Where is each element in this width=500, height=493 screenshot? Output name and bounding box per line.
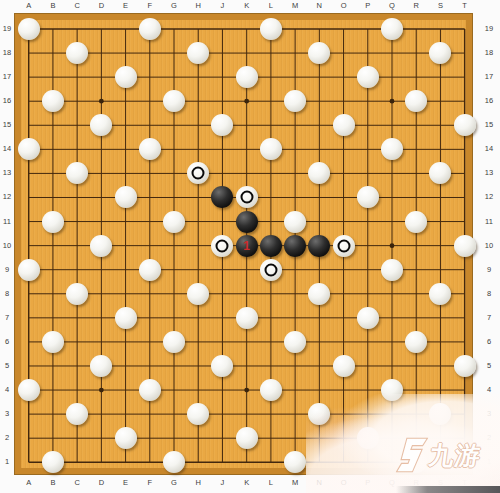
white-stone [308, 162, 330, 184]
watermark-brand-text: 九游 [427, 439, 484, 472]
white-stone [381, 259, 403, 281]
coordinate-label: B [50, 2, 55, 10]
white-stone [42, 211, 64, 233]
circle-mark [264, 263, 277, 276]
white-stone [429, 42, 451, 64]
coordinate-label: 1 [5, 458, 9, 466]
coordinate-label: C [74, 2, 79, 10]
coordinate-label: C [74, 479, 79, 487]
white-stone [42, 90, 64, 112]
coordinate-label: G [171, 479, 177, 487]
white-stone [211, 355, 233, 377]
white-stone [454, 355, 476, 377]
white-stone [115, 427, 137, 449]
coordinate-label: 6 [487, 338, 491, 346]
white-stone [115, 307, 137, 329]
white-stone [333, 114, 355, 136]
move-number-label: 1 [243, 240, 250, 252]
coordinate-label: F [148, 479, 153, 487]
white-stone [90, 235, 112, 257]
go-board-screenshot: AABBCCDDEEFFGGHHJJKKLLMMNNOOPPQQRRSSTT19… [0, 0, 500, 493]
white-stone [211, 114, 233, 136]
white-stone [66, 42, 88, 64]
white-stone [187, 283, 209, 305]
coordinate-label: G [171, 2, 177, 10]
white-stone [405, 211, 427, 233]
coordinate-label: 12 [3, 193, 11, 201]
white-stone [357, 307, 379, 329]
coordinate-label: 6 [5, 338, 9, 346]
white-stone [139, 259, 161, 281]
coordinate-label: H [196, 2, 201, 10]
white-stone [18, 259, 40, 281]
coordinate-label: M [292, 479, 298, 487]
coordinate-label: 2 [5, 434, 9, 442]
coordinate-label: T [462, 2, 467, 10]
coordinate-label: 13 [3, 169, 11, 177]
coordinate-label: 14 [3, 145, 11, 153]
watermark-logo: 九游 [395, 436, 483, 474]
coordinate-label: O [341, 2, 347, 10]
white-stone [139, 18, 161, 40]
white-stone [333, 355, 355, 377]
white-stone [18, 379, 40, 401]
white-stone [381, 138, 403, 160]
coordinate-label: 11 [485, 218, 493, 226]
coordinate-label: R [414, 2, 419, 10]
white-stone [308, 283, 330, 305]
white-stone [405, 90, 427, 112]
white-stone [66, 283, 88, 305]
coordinate-label: 10 [485, 242, 493, 250]
coordinate-label: 7 [5, 314, 9, 322]
white-stone [139, 138, 161, 160]
coordinate-label: H [196, 479, 201, 487]
watermark-g-icon [395, 436, 428, 474]
coordinate-label: 15 [485, 121, 493, 129]
coordinate-label: 14 [485, 145, 493, 153]
white-stone [236, 66, 258, 88]
black-stone [260, 235, 282, 257]
coordinate-label: N [317, 2, 322, 10]
black-stone [211, 186, 233, 208]
white-stone [42, 451, 64, 473]
coordinate-label: L [269, 2, 273, 10]
white-stone [163, 331, 185, 353]
coordinate-label: 9 [487, 266, 491, 274]
white-stone [42, 331, 64, 353]
white-stone [163, 90, 185, 112]
white-stone [115, 186, 137, 208]
coordinate-label: D [99, 479, 104, 487]
white-stone [18, 138, 40, 160]
white-stone [429, 162, 451, 184]
white-stone [454, 114, 476, 136]
coordinate-label: 19 [485, 25, 493, 33]
coordinate-label: 17 [485, 73, 493, 81]
black-stone [284, 235, 306, 257]
white-stone [284, 451, 306, 473]
coordinate-label: 15 [3, 121, 11, 129]
circle-mark [337, 239, 350, 252]
coordinate-label: F [148, 2, 153, 10]
circle-mark [240, 191, 253, 204]
coordinate-label: 16 [3, 97, 11, 105]
coordinate-label: 8 [5, 290, 9, 298]
coordinate-label: 11 [3, 218, 11, 226]
coordinate-label: D [99, 2, 104, 10]
white-stone [90, 355, 112, 377]
white-stone [187, 42, 209, 64]
coordinate-label: L [269, 479, 273, 487]
coordinate-label: 9 [5, 266, 9, 274]
watermark: 九游 [306, 394, 500, 493]
white-stone [90, 114, 112, 136]
coordinate-label: 17 [3, 73, 11, 81]
coordinate-label: 12 [485, 193, 493, 201]
white-stone [163, 211, 185, 233]
coordinate-label: E [123, 2, 128, 10]
coordinate-label: K [244, 479, 249, 487]
coordinate-label: 7 [487, 314, 491, 322]
white-stone [66, 403, 88, 425]
coordinate-label: P [365, 2, 370, 10]
coordinate-label: Q [389, 2, 395, 10]
coordinate-label: 19 [3, 25, 11, 33]
white-stone [284, 90, 306, 112]
white-stone [66, 162, 88, 184]
white-stone [163, 451, 185, 473]
coordinate-label: J [221, 479, 225, 487]
coordinate-label: M [292, 2, 298, 10]
white-stone [187, 403, 209, 425]
coordinate-label: 10 [3, 242, 11, 250]
coordinate-label: 5 [5, 362, 9, 370]
black-stone [236, 211, 258, 233]
coordinate-label: 18 [3, 49, 11, 57]
white-stone [260, 18, 282, 40]
coordinate-label: E [123, 479, 128, 487]
coordinate-label: J [221, 2, 225, 10]
circle-mark [192, 167, 205, 180]
watermark-bottom-strip [396, 486, 500, 493]
white-stone [139, 379, 161, 401]
white-stone [429, 283, 451, 305]
coordinate-label: 3 [5, 410, 9, 418]
coordinate-label: A [26, 2, 31, 10]
black-stone [308, 235, 330, 257]
white-stone [284, 211, 306, 233]
white-stone [236, 307, 258, 329]
coordinate-label: 5 [487, 362, 491, 370]
coordinate-label: 4 [487, 386, 491, 394]
white-stone [308, 42, 330, 64]
coordinate-label: A [26, 479, 31, 487]
coordinate-label: 8 [487, 290, 491, 298]
white-stone [236, 427, 258, 449]
white-stone [18, 18, 40, 40]
white-stone [381, 18, 403, 40]
white-stone [357, 66, 379, 88]
coordinate-label: 16 [485, 97, 493, 105]
white-stone [405, 331, 427, 353]
coordinate-label: 4 [5, 386, 9, 394]
circle-mark [216, 239, 229, 252]
coordinate-label: 18 [485, 49, 493, 57]
coordinate-label: B [50, 479, 55, 487]
coordinate-label: S [438, 2, 443, 10]
white-stone [357, 186, 379, 208]
white-stone [454, 235, 476, 257]
white-stone [284, 331, 306, 353]
white-stone [260, 138, 282, 160]
white-stone [115, 66, 137, 88]
coordinate-label: 13 [485, 169, 493, 177]
white-stone [260, 379, 282, 401]
coordinate-label: K [244, 2, 249, 10]
